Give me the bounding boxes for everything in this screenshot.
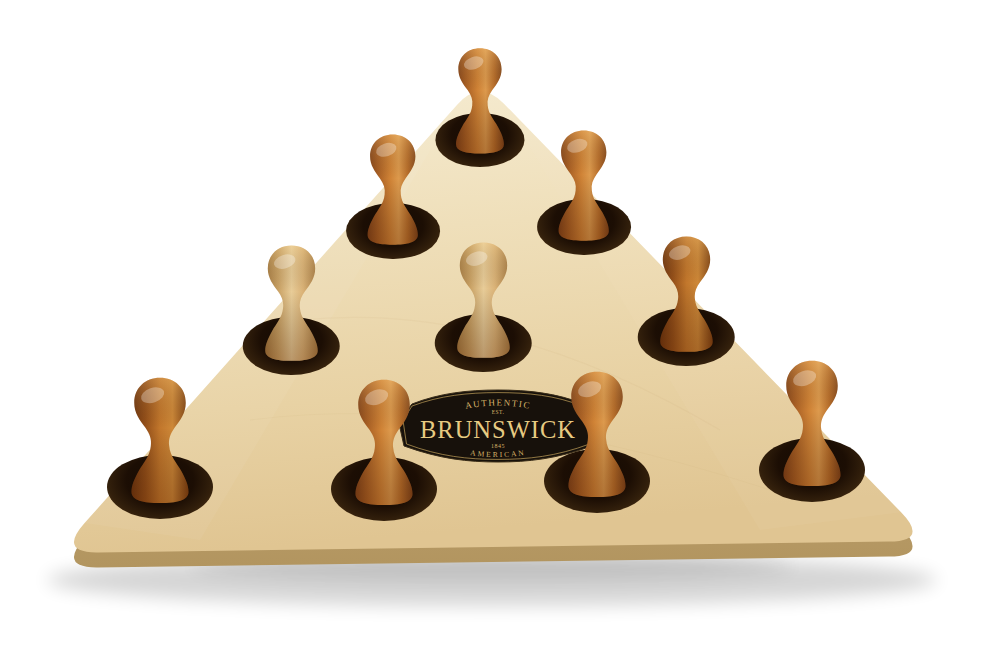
peg-r4c2[interactable] [328, 371, 440, 521]
wooden-pin-icon [766, 358, 858, 487]
wooden-pin-icon [114, 375, 206, 504]
peg-r3c3[interactable] [634, 228, 737, 366]
wooden-pin-icon [353, 132, 434, 246]
wooden-pin-icon [338, 377, 430, 506]
peg-grid [0, 0, 990, 648]
peg-r2c1[interactable] [344, 127, 443, 259]
peg-r4c4[interactable] [756, 352, 868, 502]
peg-r2c2[interactable] [535, 123, 634, 255]
wooden-pin-icon [644, 234, 729, 353]
wooden-pin-icon [551, 369, 643, 498]
peg-r4c3[interactable] [541, 363, 653, 513]
peg-r1c1[interactable] [433, 41, 527, 167]
wooden-pin-icon [544, 128, 625, 242]
peg-r3c2[interactable] [431, 234, 534, 372]
product-photo-scene: AUTHENTIC EST. BRUNSWICK 1845 AMERICAN G… [0, 0, 990, 648]
peg-row-spacer [0, 517, 990, 648]
peg-row-1 [0, 0, 990, 166]
peg-r3c1[interactable] [239, 237, 342, 375]
wooden-pin-icon [249, 243, 334, 362]
wooden-pin-icon [441, 46, 518, 154]
peg-row-4 [0, 373, 990, 517]
peg-r4c1[interactable] [104, 369, 216, 519]
wooden-pin-icon [441, 240, 526, 359]
